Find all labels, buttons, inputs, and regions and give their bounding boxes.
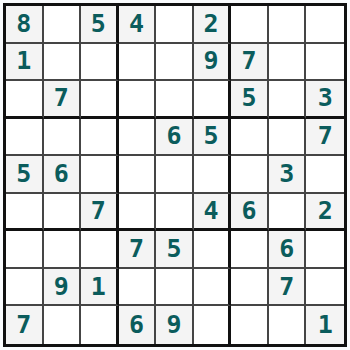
cell-r3c2[interactable]: 7: [44, 81, 82, 119]
cell-r2c4[interactable]: [119, 44, 157, 82]
cell-r6c3[interactable]: 7: [81, 194, 119, 232]
cell-r8c6[interactable]: [194, 269, 232, 307]
cell-r1c8[interactable]: [269, 6, 307, 44]
cell-r2c2[interactable]: [44, 44, 82, 82]
cell-r5c4[interactable]: [119, 156, 157, 194]
cell-r4c5[interactable]: 6: [156, 119, 194, 157]
cell-r4c9[interactable]: 7: [306, 119, 344, 157]
cell-r4c2[interactable]: [44, 119, 82, 157]
cell-r1c2[interactable]: [44, 6, 82, 44]
cell-r5c2[interactable]: 6: [44, 156, 82, 194]
cell-r4c6[interactable]: 5: [194, 119, 232, 157]
cell-r8c8[interactable]: 7: [269, 269, 307, 307]
cell-r5c8[interactable]: 3: [269, 156, 307, 194]
cell-r7c6[interactable]: [194, 231, 232, 269]
cell-r7c8[interactable]: 6: [269, 231, 307, 269]
cell-r3c4[interactable]: [119, 81, 157, 119]
cell-r6c1[interactable]: [6, 194, 44, 232]
cell-r4c7[interactable]: [231, 119, 269, 157]
cell-r1c6[interactable]: 2: [194, 6, 232, 44]
cell-r4c4[interactable]: [119, 119, 157, 157]
cell-r2c5[interactable]: [156, 44, 194, 82]
cell-r4c3[interactable]: [81, 119, 119, 157]
cell-r1c5[interactable]: [156, 6, 194, 44]
page: 854219775365756374627569177691: [0, 0, 350, 350]
cell-r8c3[interactable]: 1: [81, 269, 119, 307]
cell-r9c3[interactable]: [81, 306, 119, 344]
cell-r6c5[interactable]: [156, 194, 194, 232]
cell-r8c9[interactable]: [306, 269, 344, 307]
cell-r6c4[interactable]: [119, 194, 157, 232]
cell-r4c1[interactable]: [6, 119, 44, 157]
cell-r4c8[interactable]: [269, 119, 307, 157]
cell-r7c3[interactable]: [81, 231, 119, 269]
cell-r2c8[interactable]: [269, 44, 307, 82]
cell-r2c9[interactable]: [306, 44, 344, 82]
cell-r9c2[interactable]: [44, 306, 82, 344]
cell-r2c7[interactable]: 7: [231, 44, 269, 82]
cell-r6c8[interactable]: [269, 194, 307, 232]
cell-r3c9[interactable]: 3: [306, 81, 344, 119]
cell-r5c9[interactable]: [306, 156, 344, 194]
cell-r6c2[interactable]: [44, 194, 82, 232]
cell-r7c4[interactable]: 7: [119, 231, 157, 269]
cell-r8c7[interactable]: [231, 269, 269, 307]
cell-r6c7[interactable]: 6: [231, 194, 269, 232]
cell-r3c6[interactable]: [194, 81, 232, 119]
cell-r6c6[interactable]: 4: [194, 194, 232, 232]
cell-r8c5[interactable]: [156, 269, 194, 307]
cell-r7c1[interactable]: [6, 231, 44, 269]
cell-r5c3[interactable]: [81, 156, 119, 194]
cell-r6c9[interactable]: 2: [306, 194, 344, 232]
cell-r3c7[interactable]: 5: [231, 81, 269, 119]
cell-r3c8[interactable]: [269, 81, 307, 119]
cell-r2c6[interactable]: 9: [194, 44, 232, 82]
cell-r9c7[interactable]: [231, 306, 269, 344]
cell-r5c6[interactable]: [194, 156, 232, 194]
cell-r3c5[interactable]: [156, 81, 194, 119]
cell-r1c3[interactable]: 5: [81, 6, 119, 44]
cell-r3c1[interactable]: [6, 81, 44, 119]
cell-r7c7[interactable]: [231, 231, 269, 269]
cell-r9c9[interactable]: 1: [306, 306, 344, 344]
cell-r9c4[interactable]: 6: [119, 306, 157, 344]
cell-r1c9[interactable]: [306, 6, 344, 44]
sudoku-board: 854219775365756374627569177691: [3, 3, 347, 347]
cell-r5c7[interactable]: [231, 156, 269, 194]
cell-r9c8[interactable]: [269, 306, 307, 344]
cell-r5c5[interactable]: [156, 156, 194, 194]
cell-r8c1[interactable]: [6, 269, 44, 307]
cell-r8c2[interactable]: 9: [44, 269, 82, 307]
cell-r2c1[interactable]: 1: [6, 44, 44, 82]
cell-r9c6[interactable]: [194, 306, 232, 344]
cell-r7c9[interactable]: [306, 231, 344, 269]
cell-r1c7[interactable]: [231, 6, 269, 44]
cell-r7c5[interactable]: 5: [156, 231, 194, 269]
cell-r2c3[interactable]: [81, 44, 119, 82]
cell-r3c3[interactable]: [81, 81, 119, 119]
cell-r7c2[interactable]: [44, 231, 82, 269]
cell-r1c1[interactable]: 8: [6, 6, 44, 44]
cell-r1c4[interactable]: 4: [119, 6, 157, 44]
cell-r5c1[interactable]: 5: [6, 156, 44, 194]
cell-r8c4[interactable]: [119, 269, 157, 307]
cell-r9c5[interactable]: 9: [156, 306, 194, 344]
cell-r9c1[interactable]: 7: [6, 306, 44, 344]
